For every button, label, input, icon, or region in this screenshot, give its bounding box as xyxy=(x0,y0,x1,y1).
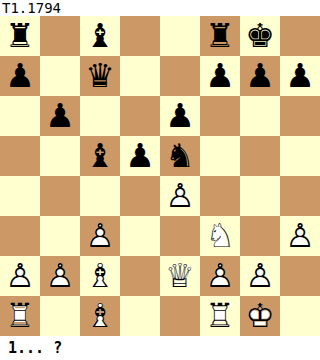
piece-white-king[interactable]: ♔ xyxy=(240,296,280,336)
square-e1[interactable] xyxy=(160,296,200,336)
square-d3[interactable] xyxy=(120,216,160,256)
piece-white-knight[interactable]: ♘ xyxy=(200,216,240,256)
square-d6[interactable] xyxy=(120,96,160,136)
square-e4[interactable]: ♙ xyxy=(160,176,200,216)
square-f4[interactable] xyxy=(200,176,240,216)
piece-white-pawn[interactable]: ♙ xyxy=(0,256,40,296)
square-f6[interactable] xyxy=(200,96,240,136)
square-b8[interactable] xyxy=(40,16,80,56)
square-e8[interactable] xyxy=(160,16,200,56)
square-b2[interactable]: ♙ xyxy=(40,256,80,296)
square-b6[interactable]: ♟ xyxy=(40,96,80,136)
square-a8[interactable]: ♜ xyxy=(0,16,40,56)
square-f7[interactable]: ♟ xyxy=(200,56,240,96)
square-b5[interactable] xyxy=(40,136,80,176)
square-e5[interactable]: ♞ xyxy=(160,136,200,176)
square-c4[interactable] xyxy=(80,176,120,216)
square-a3[interactable] xyxy=(0,216,40,256)
square-g6[interactable] xyxy=(240,96,280,136)
square-b4[interactable] xyxy=(40,176,80,216)
piece-white-pawn[interactable]: ♙ xyxy=(240,256,280,296)
square-a5[interactable] xyxy=(0,136,40,176)
piece-black-bishop[interactable]: ♝ xyxy=(80,136,120,176)
square-a1[interactable]: ♖ xyxy=(0,296,40,336)
square-a4[interactable] xyxy=(0,176,40,216)
square-f3[interactable]: ♘ xyxy=(200,216,240,256)
square-f5[interactable] xyxy=(200,136,240,176)
square-b7[interactable] xyxy=(40,56,80,96)
piece-white-pawn[interactable]: ♙ xyxy=(40,256,80,296)
square-g4[interactable] xyxy=(240,176,280,216)
piece-black-pawn[interactable]: ♟ xyxy=(200,56,240,96)
square-b1[interactable] xyxy=(40,296,80,336)
square-d5[interactable]: ♟ xyxy=(120,136,160,176)
square-c6[interactable] xyxy=(80,96,120,136)
square-e7[interactable] xyxy=(160,56,200,96)
puzzle-title: T1.1794 xyxy=(0,0,320,16)
square-h1[interactable] xyxy=(280,296,320,336)
square-b3[interactable] xyxy=(40,216,80,256)
square-h2[interactable] xyxy=(280,256,320,296)
square-d8[interactable] xyxy=(120,16,160,56)
piece-white-queen[interactable]: ♕ xyxy=(160,256,200,296)
square-c8[interactable]: ♝ xyxy=(80,16,120,56)
square-f2[interactable]: ♙ xyxy=(200,256,240,296)
square-h3[interactable]: ♙ xyxy=(280,216,320,256)
piece-white-pawn[interactable]: ♙ xyxy=(200,256,240,296)
square-g3[interactable] xyxy=(240,216,280,256)
square-a7[interactable]: ♟ xyxy=(0,56,40,96)
piece-black-king[interactable]: ♚ xyxy=(240,16,280,56)
piece-black-pawn[interactable]: ♟ xyxy=(280,56,320,96)
piece-black-rook[interactable]: ♜ xyxy=(200,16,240,56)
square-c3[interactable]: ♙ xyxy=(80,216,120,256)
piece-black-knight[interactable]: ♞ xyxy=(160,136,200,176)
square-f1[interactable]: ♖ xyxy=(200,296,240,336)
square-a2[interactable]: ♙ xyxy=(0,256,40,296)
piece-white-pawn[interactable]: ♙ xyxy=(160,176,200,216)
square-c5[interactable]: ♝ xyxy=(80,136,120,176)
square-h7[interactable]: ♟ xyxy=(280,56,320,96)
piece-black-queen[interactable]: ♛ xyxy=(80,56,120,96)
square-e3[interactable] xyxy=(160,216,200,256)
chess-diagram-window: T1.1794 ♜♝♜♚♟♛♟♟♟♟♟♝♟♞♙♙♘♙♙♙♗♕♙♙♖♗♖♔ 1..… xyxy=(0,0,320,360)
square-g7[interactable]: ♟ xyxy=(240,56,280,96)
piece-black-pawn[interactable]: ♟ xyxy=(40,96,80,136)
square-d7[interactable] xyxy=(120,56,160,96)
square-g5[interactable] xyxy=(240,136,280,176)
square-h8[interactable] xyxy=(280,16,320,56)
piece-white-rook[interactable]: ♖ xyxy=(0,296,40,336)
square-e6[interactable]: ♟ xyxy=(160,96,200,136)
move-prompt: 1... ? xyxy=(0,336,320,360)
piece-white-pawn[interactable]: ♙ xyxy=(280,216,320,256)
square-h4[interactable] xyxy=(280,176,320,216)
square-e2[interactable]: ♕ xyxy=(160,256,200,296)
square-c1[interactable]: ♗ xyxy=(80,296,120,336)
square-a6[interactable] xyxy=(0,96,40,136)
square-c2[interactable]: ♗ xyxy=(80,256,120,296)
piece-white-bishop[interactable]: ♗ xyxy=(80,256,120,296)
piece-white-rook[interactable]: ♖ xyxy=(200,296,240,336)
piece-black-rook[interactable]: ♜ xyxy=(0,16,40,56)
piece-white-pawn[interactable]: ♙ xyxy=(80,216,120,256)
square-d4[interactable] xyxy=(120,176,160,216)
square-h5[interactable] xyxy=(280,136,320,176)
square-c7[interactable]: ♛ xyxy=(80,56,120,96)
piece-black-pawn[interactable]: ♟ xyxy=(120,136,160,176)
piece-black-pawn[interactable]: ♟ xyxy=(0,56,40,96)
chess-board: ♜♝♜♚♟♛♟♟♟♟♟♝♟♞♙♙♘♙♙♙♗♕♙♙♖♗♖♔ xyxy=(0,16,320,336)
piece-white-bishop[interactable]: ♗ xyxy=(80,296,120,336)
square-g2[interactable]: ♙ xyxy=(240,256,280,296)
piece-black-pawn[interactable]: ♟ xyxy=(160,96,200,136)
square-g8[interactable]: ♚ xyxy=(240,16,280,56)
piece-black-pawn[interactable]: ♟ xyxy=(240,56,280,96)
square-d1[interactable] xyxy=(120,296,160,336)
square-h6[interactable] xyxy=(280,96,320,136)
square-g1[interactable]: ♔ xyxy=(240,296,280,336)
square-d2[interactable] xyxy=(120,256,160,296)
piece-black-bishop[interactable]: ♝ xyxy=(80,16,120,56)
square-f8[interactable]: ♜ xyxy=(200,16,240,56)
